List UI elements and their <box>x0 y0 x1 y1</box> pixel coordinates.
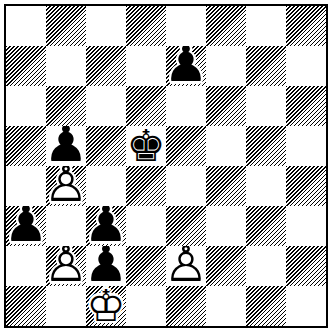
square-d6[interactable] <box>126 86 166 126</box>
square-h5[interactable] <box>286 126 326 166</box>
square-d2[interactable] <box>126 246 166 286</box>
square-b7[interactable] <box>46 46 86 86</box>
black-king: ♚ <box>126 126 166 166</box>
square-h1[interactable] <box>286 286 326 326</box>
square-d1[interactable] <box>126 286 166 326</box>
square-f2[interactable] <box>206 246 246 286</box>
square-b8[interactable] <box>46 6 86 46</box>
square-d4[interactable] <box>126 166 166 206</box>
square-h8[interactable] <box>286 6 326 46</box>
square-f4[interactable] <box>206 166 246 206</box>
square-g1[interactable] <box>246 286 286 326</box>
square-a1[interactable] <box>6 286 46 326</box>
square-e4[interactable] <box>166 166 206 206</box>
square-d5[interactable]: ♚ <box>126 126 166 166</box>
square-g7[interactable] <box>246 46 286 86</box>
square-c5[interactable] <box>86 126 126 166</box>
square-e2[interactable]: ♟♙ <box>166 246 206 286</box>
white-pawn-fill: ♟ <box>46 246 86 286</box>
square-g2[interactable] <box>246 246 286 286</box>
white-pawn-fill: ♟ <box>166 246 206 286</box>
square-a7[interactable] <box>6 46 46 86</box>
square-d8[interactable] <box>126 6 166 46</box>
square-e5[interactable] <box>166 126 206 166</box>
square-f3[interactable] <box>206 206 246 246</box>
square-h4[interactable] <box>286 166 326 206</box>
square-c1[interactable]: ♚♔ <box>86 286 126 326</box>
square-f7[interactable] <box>206 46 246 86</box>
square-b2[interactable]: ♟♙ <box>46 246 86 286</box>
square-g8[interactable] <box>246 6 286 46</box>
square-b4[interactable]: ♟♙ <box>46 166 86 206</box>
square-a3[interactable]: ♟ <box>6 206 46 246</box>
square-d7[interactable] <box>126 46 166 86</box>
square-g6[interactable] <box>246 86 286 126</box>
square-g3[interactable] <box>246 206 286 246</box>
square-b1[interactable] <box>46 286 86 326</box>
square-e3[interactable] <box>166 206 206 246</box>
black-pawn: ♟ <box>6 206 46 246</box>
square-f5[interactable] <box>206 126 246 166</box>
square-e1[interactable] <box>166 286 206 326</box>
black-pawn: ♟ <box>86 246 126 286</box>
square-h7[interactable] <box>286 46 326 86</box>
square-c4[interactable] <box>86 166 126 206</box>
chess-diagram-page: ♟♟♚♟♙♟♟♟♙♟♟♙♚♔ <box>0 0 332 332</box>
square-a2[interactable] <box>6 246 46 286</box>
square-f1[interactable] <box>206 286 246 326</box>
white-pawn: ♙ <box>166 246 206 286</box>
square-c6[interactable] <box>86 86 126 126</box>
black-pawn: ♟ <box>166 46 206 86</box>
square-a8[interactable] <box>6 6 46 46</box>
square-e7[interactable]: ♟ <box>166 46 206 86</box>
square-f8[interactable] <box>206 6 246 46</box>
board-frame: ♟♟♚♟♙♟♟♟♙♟♟♙♚♔ <box>4 4 328 328</box>
square-c7[interactable] <box>86 46 126 86</box>
square-b5[interactable]: ♟ <box>46 126 86 166</box>
square-c8[interactable] <box>86 6 126 46</box>
white-pawn-fill: ♟ <box>46 166 86 206</box>
square-b6[interactable] <box>46 86 86 126</box>
white-pawn: ♙ <box>46 246 86 286</box>
square-b3[interactable] <box>46 206 86 246</box>
square-h3[interactable] <box>286 206 326 246</box>
white-king-fill: ♚ <box>86 286 126 326</box>
square-f6[interactable] <box>206 86 246 126</box>
square-e8[interactable] <box>166 6 206 46</box>
square-a5[interactable] <box>6 126 46 166</box>
square-g5[interactable] <box>246 126 286 166</box>
chess-board: ♟♟♚♟♙♟♟♟♙♟♟♙♚♔ <box>6 6 326 326</box>
square-a4[interactable] <box>6 166 46 206</box>
square-c2[interactable]: ♟ <box>86 246 126 286</box>
square-g4[interactable] <box>246 166 286 206</box>
black-pawn: ♟ <box>86 206 126 246</box>
white-king: ♔ <box>86 286 126 326</box>
square-c3[interactable]: ♟ <box>86 206 126 246</box>
square-a6[interactable] <box>6 86 46 126</box>
square-h2[interactable] <box>286 246 326 286</box>
square-d3[interactable] <box>126 206 166 246</box>
square-h6[interactable] <box>286 86 326 126</box>
black-pawn: ♟ <box>46 126 86 166</box>
white-pawn: ♙ <box>46 166 86 206</box>
square-e6[interactable] <box>166 86 206 126</box>
